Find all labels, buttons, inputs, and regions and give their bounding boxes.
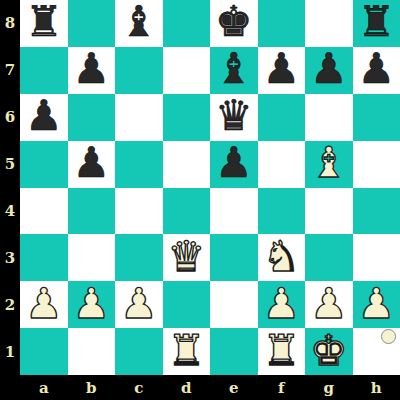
file-labels: abcdefgh — [20, 375, 400, 400]
square-g7[interactable]: ♟ — [305, 47, 353, 94]
square-h7[interactable]: ♟ — [353, 47, 400, 94]
square-f6[interactable] — [258, 94, 306, 141]
square-a3[interactable] — [20, 234, 68, 281]
square-c3[interactable] — [115, 234, 163, 281]
rank-label-7: 7 — [0, 47, 20, 94]
square-d8[interactable] — [163, 0, 211, 47]
black-pawn-piece: ♟ — [310, 48, 348, 90]
white-knight-piece: ♞ — [262, 236, 300, 278]
white-pawn-piece: ♟ — [120, 283, 158, 325]
square-c5[interactable] — [115, 141, 163, 188]
square-b3[interactable] — [68, 234, 116, 281]
square-f5[interactable] — [258, 141, 306, 188]
square-f4[interactable] — [258, 188, 306, 235]
square-c6[interactable] — [115, 94, 163, 141]
file-label-c: c — [115, 375, 163, 400]
square-b1[interactable] — [68, 328, 116, 375]
black-queen-piece: ♛ — [215, 95, 253, 137]
square-f3[interactable]: ♞ — [258, 234, 306, 281]
file-label-h: h — [353, 375, 400, 400]
square-e2[interactable] — [210, 281, 258, 328]
white-bishop-piece: ♝ — [310, 142, 348, 184]
square-b7[interactable]: ♟ — [68, 47, 116, 94]
square-g8[interactable] — [305, 0, 353, 47]
square-d6[interactable] — [163, 94, 211, 141]
square-d7[interactable] — [163, 47, 211, 94]
square-g2[interactable]: ♟ — [305, 281, 353, 328]
square-c8[interactable]: ♝ — [115, 0, 163, 47]
black-pawn-piece: ♟ — [215, 142, 253, 184]
white-pawn-piece: ♟ — [25, 283, 63, 325]
square-d2[interactable] — [163, 281, 211, 328]
black-bishop-piece: ♝ — [120, 1, 158, 43]
file-label-f: f — [258, 375, 306, 400]
black-pawn-piece: ♟ — [25, 95, 63, 137]
square-b5[interactable]: ♟ — [68, 141, 116, 188]
square-b4[interactable] — [68, 188, 116, 235]
square-b8[interactable] — [68, 0, 116, 47]
white-pawn-piece: ♟ — [357, 283, 395, 325]
rank-label-6: 6 — [0, 94, 20, 141]
file-label-b: b — [68, 375, 116, 400]
file-label-d: d — [163, 375, 211, 400]
square-a5[interactable] — [20, 141, 68, 188]
white-queen-piece: ♛ — [167, 236, 205, 278]
white-pawn-piece: ♟ — [310, 283, 348, 325]
file-label-g: g — [305, 375, 353, 400]
black-bishop-piece: ♝ — [215, 48, 253, 90]
rank-label-5: 5 — [0, 141, 20, 188]
square-c4[interactable] — [115, 188, 163, 235]
square-b6[interactable] — [68, 94, 116, 141]
square-g1[interactable]: ♚ — [305, 328, 353, 375]
white-rook-piece: ♜ — [262, 330, 300, 372]
white-rook-piece: ♜ — [167, 330, 205, 372]
file-label-e: e — [210, 375, 258, 400]
black-rook-piece: ♜ — [25, 1, 63, 43]
square-a8[interactable]: ♜ — [20, 0, 68, 47]
square-e7[interactable]: ♝ — [210, 47, 258, 94]
square-d5[interactable] — [163, 141, 211, 188]
square-d4[interactable] — [163, 188, 211, 235]
square-f2[interactable]: ♟ — [258, 281, 306, 328]
rank-label-4: 4 — [0, 188, 20, 235]
white-to-move-indicator — [381, 329, 396, 344]
square-a4[interactable] — [20, 188, 68, 235]
square-f8[interactable] — [258, 0, 306, 47]
square-a1[interactable] — [20, 328, 68, 375]
square-h3[interactable] — [353, 234, 400, 281]
rank-label-2: 2 — [0, 281, 20, 328]
square-e4[interactable] — [210, 188, 258, 235]
square-e5[interactable]: ♟ — [210, 141, 258, 188]
black-pawn-piece: ♟ — [357, 48, 395, 90]
square-h5[interactable] — [353, 141, 400, 188]
square-h6[interactable] — [353, 94, 400, 141]
black-pawn-piece: ♟ — [72, 48, 110, 90]
square-e6[interactable]: ♛ — [210, 94, 258, 141]
square-a2[interactable]: ♟ — [20, 281, 68, 328]
square-c1[interactable] — [115, 328, 163, 375]
square-f7[interactable]: ♟ — [258, 47, 306, 94]
black-king-piece: ♚ — [215, 1, 253, 43]
white-pawn-piece: ♟ — [72, 283, 110, 325]
square-h2[interactable]: ♟ — [353, 281, 400, 328]
square-d3[interactable]: ♛ — [163, 234, 211, 281]
black-pawn-piece: ♟ — [262, 48, 300, 90]
square-e8[interactable]: ♚ — [210, 0, 258, 47]
square-g4[interactable] — [305, 188, 353, 235]
square-g3[interactable] — [305, 234, 353, 281]
rank-label-3: 3 — [0, 234, 20, 281]
white-pawn-piece: ♟ — [262, 283, 300, 325]
board: ♜♝♚♜♟♝♟♟♟♟♛♟♟♝♛♞♟♟♟♟♟♟♜♜♚ — [20, 0, 400, 375]
square-c2[interactable]: ♟ — [115, 281, 163, 328]
rank-label-1: 1 — [0, 328, 20, 375]
rank-labels: 87654321 — [0, 0, 20, 375]
black-pawn-piece: ♟ — [72, 142, 110, 184]
chess-puzzle-diagram: 87654321 ♜♝♚♜♟♝♟♟♟♟♛♟♟♝♛♞♟♟♟♟♟♟♜♜♚ abcde… — [0, 0, 400, 400]
square-b2[interactable]: ♟ — [68, 281, 116, 328]
square-a7[interactable] — [20, 47, 68, 94]
square-d1[interactable]: ♜ — [163, 328, 211, 375]
square-f1[interactable]: ♜ — [258, 328, 306, 375]
rank-label-8: 8 — [0, 0, 20, 47]
white-king-piece: ♚ — [310, 330, 348, 372]
square-c7[interactable] — [115, 47, 163, 94]
square-g5[interactable]: ♝ — [305, 141, 353, 188]
file-label-a: a — [20, 375, 68, 400]
square-e1[interactable] — [210, 328, 258, 375]
black-rook-piece: ♜ — [357, 1, 395, 43]
square-a6[interactable]: ♟ — [20, 94, 68, 141]
square-h8[interactable]: ♜ — [353, 0, 400, 47]
square-e3[interactable] — [210, 234, 258, 281]
square-h4[interactable] — [353, 188, 400, 235]
square-g6[interactable] — [305, 94, 353, 141]
